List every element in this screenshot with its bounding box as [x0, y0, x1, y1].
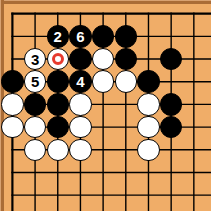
white-stone — [137, 116, 160, 139]
black-stone — [115, 25, 138, 48]
black-stone — [92, 25, 115, 48]
move-number-label: 5 — [31, 74, 39, 89]
white-stone: 3 — [24, 48, 47, 71]
white-stone — [24, 139, 47, 162]
black-stone — [69, 48, 92, 71]
white-stone — [24, 116, 47, 139]
marked-white-stone — [47, 48, 70, 71]
white-stone — [92, 70, 115, 93]
black-stone — [47, 93, 70, 116]
white-stone — [69, 116, 92, 139]
white-stone — [69, 139, 92, 162]
move-number-label: 6 — [76, 29, 84, 44]
black-stone: 6 — [69, 25, 92, 48]
white-stone — [92, 48, 115, 71]
white-stone — [1, 116, 24, 139]
white-stone — [1, 93, 24, 116]
black-stone — [160, 116, 183, 139]
black-stone — [115, 48, 138, 71]
white-stone — [69, 93, 92, 116]
black-stone: 2 — [47, 25, 70, 48]
move-number-label: 4 — [76, 74, 84, 89]
black-stone: 4 — [69, 70, 92, 93]
stone-layer: 26354 — [0, 0, 211, 211]
black-stone — [47, 70, 70, 93]
black-stone — [160, 48, 183, 71]
white-stone — [47, 139, 70, 162]
white-stone: 5 — [24, 70, 47, 93]
white-stone — [137, 93, 160, 116]
black-stone — [1, 70, 24, 93]
move-number-label: 3 — [31, 52, 39, 67]
move-number-label: 2 — [54, 29, 62, 44]
circle-marker-icon — [52, 53, 64, 65]
black-stone — [47, 116, 70, 139]
white-stone — [137, 139, 160, 162]
black-stone — [137, 70, 160, 93]
go-diagram: 26354 — [0, 0, 211, 211]
black-stone — [160, 93, 183, 116]
white-stone — [115, 70, 138, 93]
black-stone — [24, 93, 47, 116]
